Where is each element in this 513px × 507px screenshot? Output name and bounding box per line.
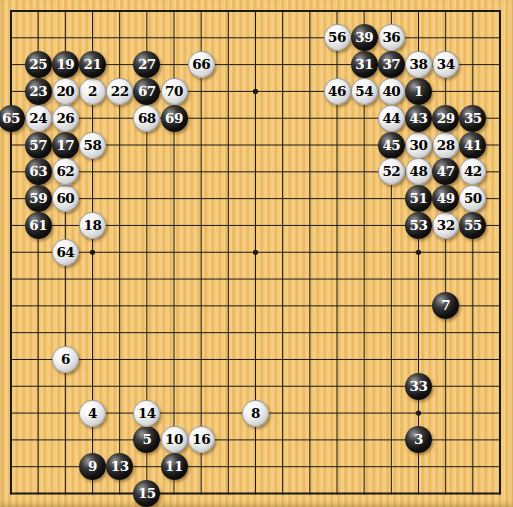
white-stone-32[interactable]: 32 xyxy=(432,212,459,239)
black-stone-23[interactable]: 23 xyxy=(25,78,52,105)
go-board[interactable]: 1234567891011131415161718192021222324252… xyxy=(0,0,513,507)
black-stone-63[interactable]: 63 xyxy=(25,158,52,185)
black-stone-21[interactable]: 21 xyxy=(79,51,106,78)
star-point xyxy=(416,410,421,415)
black-stone-45[interactable]: 45 xyxy=(378,132,405,159)
white-stone-6[interactable]: 6 xyxy=(52,346,79,373)
white-stone-26[interactable]: 26 xyxy=(52,105,79,132)
black-stone-61[interactable]: 61 xyxy=(25,212,52,239)
star-point xyxy=(416,250,421,255)
black-stone-1[interactable]: 1 xyxy=(405,78,432,105)
white-stone-14[interactable]: 14 xyxy=(133,400,160,427)
white-stone-22[interactable]: 22 xyxy=(106,78,133,105)
white-stone-30[interactable]: 30 xyxy=(405,132,432,159)
black-stone-59[interactable]: 59 xyxy=(25,185,52,212)
black-stone-51[interactable]: 51 xyxy=(405,185,432,212)
white-stone-18[interactable]: 18 xyxy=(79,212,106,239)
black-stone-11[interactable]: 11 xyxy=(161,453,188,480)
black-stone-37[interactable]: 37 xyxy=(378,51,405,78)
white-stone-46[interactable]: 46 xyxy=(324,78,351,105)
star-point xyxy=(253,250,258,255)
black-stone-39[interactable]: 39 xyxy=(351,24,378,51)
black-stone-17[interactable]: 17 xyxy=(52,132,79,159)
star-point xyxy=(253,89,258,94)
black-stone-65[interactable]: 65 xyxy=(0,105,25,132)
black-stone-9[interactable]: 9 xyxy=(79,453,106,480)
white-stone-40[interactable]: 40 xyxy=(378,78,405,105)
white-stone-2[interactable]: 2 xyxy=(79,78,106,105)
white-stone-52[interactable]: 52 xyxy=(378,158,405,185)
white-stone-62[interactable]: 62 xyxy=(52,158,79,185)
white-stone-20[interactable]: 20 xyxy=(52,78,79,105)
white-stone-66[interactable]: 66 xyxy=(188,51,215,78)
black-stone-35[interactable]: 35 xyxy=(459,105,486,132)
white-stone-58[interactable]: 58 xyxy=(79,132,106,159)
white-stone-36[interactable]: 36 xyxy=(378,24,405,51)
black-stone-31[interactable]: 31 xyxy=(351,51,378,78)
white-stone-4[interactable]: 4 xyxy=(79,400,106,427)
white-stone-16[interactable]: 16 xyxy=(188,426,215,453)
black-stone-69[interactable]: 69 xyxy=(161,105,188,132)
black-stone-43[interactable]: 43 xyxy=(405,105,432,132)
white-stone-10[interactable]: 10 xyxy=(161,426,188,453)
black-stone-57[interactable]: 57 xyxy=(25,132,52,159)
black-stone-53[interactable]: 53 xyxy=(405,212,432,239)
white-stone-68[interactable]: 68 xyxy=(133,105,160,132)
black-stone-29[interactable]: 29 xyxy=(432,105,459,132)
black-stone-33[interactable]: 33 xyxy=(405,373,432,400)
white-stone-44[interactable]: 44 xyxy=(378,105,405,132)
black-stone-19[interactable]: 19 xyxy=(52,51,79,78)
black-stone-25[interactable]: 25 xyxy=(25,51,52,78)
white-stone-28[interactable]: 28 xyxy=(432,132,459,159)
star-point xyxy=(90,250,95,255)
white-stone-8[interactable]: 8 xyxy=(242,400,269,427)
go-app-window: 1234567891011131415161718192021222324252… xyxy=(0,0,513,507)
white-stone-54[interactable]: 54 xyxy=(351,78,378,105)
white-stone-38[interactable]: 38 xyxy=(405,51,432,78)
white-stone-70[interactable]: 70 xyxy=(161,78,188,105)
white-stone-24[interactable]: 24 xyxy=(25,105,52,132)
white-stone-56[interactable]: 56 xyxy=(324,24,351,51)
white-stone-60[interactable]: 60 xyxy=(52,185,79,212)
white-stone-64[interactable]: 64 xyxy=(52,239,79,266)
black-stone-41[interactable]: 41 xyxy=(459,132,486,159)
